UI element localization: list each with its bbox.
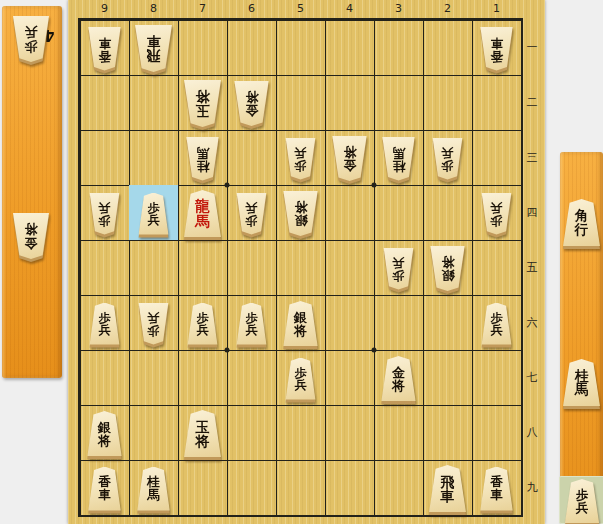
square-6-七[interactable] (227, 350, 276, 405)
piece-kanji: 桂 馬 (185, 139, 221, 180)
square-1-二[interactable] (472, 75, 521, 130)
square-3-八[interactable] (374, 405, 423, 460)
square-6-八[interactable] (227, 405, 276, 460)
square-5-五[interactable] (276, 240, 325, 295)
rank-label-6: 六 (521, 315, 543, 331)
piece-kanji: 桂 馬 (561, 361, 602, 405)
gote-king[interactable]: 玉 将 (182, 80, 223, 127)
piece-kanji: 金 将 (331, 138, 369, 180)
square-4-八[interactable] (325, 405, 374, 460)
square-7-一[interactable] (178, 20, 227, 75)
file-label-8: 8 (129, 2, 178, 15)
sente-king[interactable]: 玉 将 (182, 410, 223, 457)
file-label-2: 2 (423, 2, 472, 15)
sente-silver[interactable]: 銀 将 (86, 411, 124, 456)
rank-label-7: 七 (521, 370, 543, 386)
piece-kanji: 玉 将 (182, 82, 223, 126)
sente-promoted-bishop[interactable]: 龍 馬 (182, 190, 223, 237)
gote-pawn[interactable]: 歩 兵 (235, 193, 268, 235)
square-2-七[interactable] (423, 350, 472, 405)
piece-kanji: 歩 兵 (137, 305, 170, 344)
piece-kanji: 歩 兵 (284, 140, 317, 179)
piece-kanji: 桂 馬 (381, 139, 417, 180)
sente-knight[interactable]: 桂 馬 (561, 359, 602, 406)
square-3-六[interactable] (374, 295, 423, 350)
rank-label-1: 一 (521, 40, 543, 56)
sente-pawn[interactable]: 歩 兵 (563, 479, 601, 523)
gote-pawn[interactable]: 歩 兵 (480, 193, 513, 235)
file-label-3: 3 (374, 2, 423, 15)
square-9-七[interactable] (80, 350, 129, 405)
piece-kanji: 香 車 (87, 469, 123, 510)
piece-kanji: 歩 兵 (382, 250, 415, 289)
piece-kanji: 香 車 (479, 29, 515, 70)
square-6-三[interactable] (227, 130, 276, 185)
piece-kanji: 銀 将 (282, 303, 320, 345)
square-1-八[interactable] (472, 405, 521, 460)
square-8-七[interactable] (129, 350, 178, 405)
square-6-五[interactable] (227, 240, 276, 295)
rank-label-5: 五 (521, 260, 543, 276)
piece-kanji: 歩 兵 (480, 305, 513, 344)
piece-kanji: 歩 兵 (11, 18, 51, 61)
square-5-九[interactable] (276, 460, 325, 515)
piece-kanji: 金 将 (11, 215, 51, 258)
sente-rook[interactable]: 飛 車 (427, 465, 468, 512)
gote-silver[interactable]: 銀 将 (282, 191, 320, 236)
board-grid: 香 車飛 車香 車玉 将金 将桂 馬歩 兵金 将桂 馬歩 兵歩 兵歩 兵龍 馬歩… (78, 18, 523, 517)
gote-knight[interactable]: 桂 馬 (381, 137, 417, 181)
square-5-八[interactable] (276, 405, 325, 460)
sente-pawn[interactable]: 歩 兵 (88, 303, 121, 345)
star-point (372, 348, 377, 353)
piece-kanji: 歩 兵 (186, 305, 219, 344)
shogi-app: 4 歩 兵金 将 香 車飛 車香 車玉 将金 将桂 馬歩 兵金 将桂 馬歩 兵歩… (0, 0, 603, 524)
piece-kanji: 歩 兵 (480, 195, 513, 234)
piece-kanji: 歩 兵 (563, 481, 601, 522)
square-2-四[interactable] (423, 185, 472, 240)
square-3-一[interactable] (374, 20, 423, 75)
square-5-二[interactable] (276, 75, 325, 130)
gote-rook[interactable]: 飛 車 (133, 25, 174, 72)
square-9-五[interactable] (80, 240, 129, 295)
gote-pawn[interactable]: 歩 兵 (88, 193, 121, 235)
sente-knight[interactable]: 桂 馬 (136, 467, 172, 511)
star-point (225, 183, 230, 188)
sente-pawn[interactable]: 歩 兵 (284, 358, 317, 400)
piece-kanji: 龍 馬 (182, 192, 223, 236)
file-label-7: 7 (178, 2, 227, 15)
gote-silver[interactable]: 銀 将 (429, 246, 467, 291)
square-4-四[interactable] (325, 185, 374, 240)
rank-label-2: 二 (521, 95, 543, 111)
square-6-一[interactable] (227, 20, 276, 75)
piece-kanji: 金 将 (380, 358, 418, 400)
piece-kanji: 銀 将 (86, 413, 124, 455)
piece-kanji: 飛 車 (427, 467, 468, 511)
square-9-二[interactable] (80, 75, 129, 130)
square-4-二[interactable] (325, 75, 374, 130)
piece-kanji: 桂 馬 (136, 469, 172, 510)
gote-gold[interactable]: 金 将 (233, 81, 271, 126)
square-4-七[interactable] (325, 350, 374, 405)
gote-pawn[interactable]: 歩 兵 (431, 138, 464, 180)
piece-kanji: 歩 兵 (137, 195, 170, 234)
square-2-八[interactable] (423, 405, 472, 460)
sente-pawn[interactable]: 歩 兵 (480, 303, 513, 345)
rank-label-8: 八 (521, 425, 543, 441)
piece-kanji: 銀 将 (282, 193, 320, 235)
gote-gold[interactable]: 金 将 (11, 213, 51, 259)
star-point (372, 183, 377, 188)
square-2-六[interactable] (423, 295, 472, 350)
sente-gold[interactable]: 金 将 (380, 356, 418, 401)
piece-kanji: 角 行 (561, 201, 602, 245)
square-4-六[interactable] (325, 295, 374, 350)
sente-lance[interactable]: 香 車 (87, 467, 123, 511)
gote-pawn[interactable]: 歩 兵 (284, 138, 317, 180)
file-label-5: 5 (276, 2, 325, 15)
sente-bishop[interactable]: 角 行 (561, 199, 602, 246)
square-4-一[interactable] (325, 20, 374, 75)
sente-pawn[interactable]: 歩 兵 (137, 193, 170, 235)
gote-hand-stand: 4 歩 兵金 将 (2, 6, 62, 378)
square-3-四[interactable] (374, 185, 423, 240)
square-7-九[interactable] (178, 460, 227, 515)
square-2-一[interactable] (423, 20, 472, 75)
rank-label-3: 三 (521, 150, 543, 166)
square-7-七[interactable] (178, 350, 227, 405)
square-1-五[interactable] (472, 240, 521, 295)
piece-kanji: 歩 兵 (235, 305, 268, 344)
gote-gold[interactable]: 金 将 (331, 136, 369, 181)
piece-kanji: 飛 車 (133, 27, 174, 71)
file-label-9: 9 (80, 2, 129, 15)
square-9-三[interactable] (80, 130, 129, 185)
piece-kanji: 金 将 (233, 83, 271, 125)
file-label-1: 1 (472, 2, 521, 15)
piece-kanji: 銀 将 (429, 248, 467, 290)
rank-label-9: 九 (521, 480, 543, 496)
gote-pawn[interactable]: 歩 兵 (382, 248, 415, 290)
piece-kanji: 歩 兵 (284, 360, 317, 399)
sente-hand-stand: 角 行桂 馬歩 兵 (560, 152, 603, 524)
piece-kanji: 歩 兵 (235, 195, 268, 234)
gote-pawn[interactable]: 歩 兵 (137, 303, 170, 345)
star-point (225, 348, 230, 353)
piece-kanji: 歩 兵 (88, 195, 121, 234)
square-4-五[interactable] (325, 240, 374, 295)
square-8-三[interactable] (129, 130, 178, 185)
file-label-6: 6 (227, 2, 276, 15)
piece-kanji: 香 車 (87, 29, 123, 70)
shogi-board: 香 車飛 車香 車玉 将金 将桂 馬歩 兵金 将桂 馬歩 兵歩 兵歩 兵龍 馬歩… (68, 0, 545, 524)
square-8-五[interactable] (129, 240, 178, 295)
sente-pawn[interactable]: 歩 兵 (235, 303, 268, 345)
square-3-九[interactable] (374, 460, 423, 515)
square-1-三[interactable] (472, 130, 521, 185)
gote-knight[interactable]: 桂 馬 (185, 137, 221, 181)
square-8-二[interactable] (129, 75, 178, 130)
square-6-九[interactable] (227, 460, 276, 515)
piece-kanji: 歩 兵 (88, 305, 121, 344)
sente-lance[interactable]: 香 車 (479, 467, 515, 511)
square-5-一[interactable] (276, 20, 325, 75)
square-7-五[interactable] (178, 240, 227, 295)
gote-lance[interactable]: 香 車 (87, 27, 123, 71)
piece-kanji: 玉 将 (182, 412, 223, 456)
piece-kanji: 香 車 (479, 469, 515, 510)
rank-label-4: 四 (521, 205, 543, 221)
square-1-七[interactable] (472, 350, 521, 405)
gote-lance[interactable]: 香 車 (479, 27, 515, 71)
square-8-八[interactable] (129, 405, 178, 460)
square-2-二[interactable] (423, 75, 472, 130)
piece-kanji: 歩 兵 (431, 140, 464, 179)
square-4-九[interactable] (325, 460, 374, 515)
square-3-二[interactable] (374, 75, 423, 130)
gote-pawn[interactable]: 歩 兵 (11, 16, 51, 62)
sente-pawn[interactable]: 歩 兵 (186, 303, 219, 345)
sente-silver[interactable]: 銀 将 (282, 301, 320, 346)
file-label-4: 4 (325, 2, 374, 15)
